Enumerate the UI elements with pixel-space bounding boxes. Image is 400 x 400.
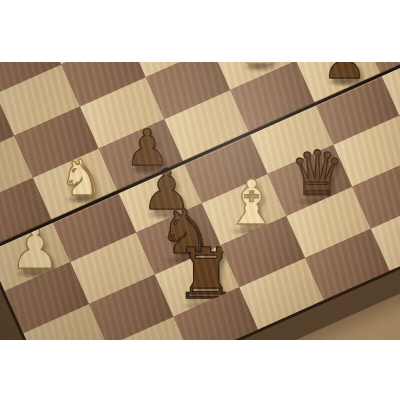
- letterbox-bottom: [0, 340, 400, 400]
- letterbox-top: [0, 0, 400, 62]
- board-photo: ♝♟♞♟♟♟♟♞♝♛♜: [0, 62, 400, 340]
- white-knight-b5: ♞: [59, 153, 104, 203]
- chess-board: ♝♟♞♟♟♟♟♞♝♛♜: [0, 62, 400, 340]
- screenshot: ♝♟♞♟♟♟♟♞♝♛♜: [0, 0, 400, 400]
- white-pawn-e6: ♟: [239, 62, 278, 70]
- chess-board-frame: ♝♟♞♟♟♟♟♞♝♛♜: [0, 62, 400, 340]
